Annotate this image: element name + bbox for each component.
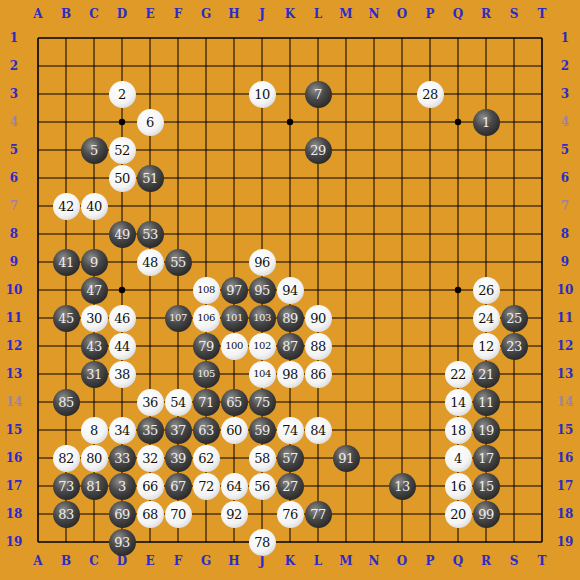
stone-G12: 79 — [193, 333, 220, 360]
col-label-top-C: C — [80, 6, 108, 22]
move-number: 4 — [454, 452, 462, 465]
move-number: 58 — [254, 452, 270, 465]
move-number: 108 — [197, 285, 215, 295]
move-number: 39 — [170, 452, 186, 465]
stone-B9: 41 — [53, 249, 80, 276]
move-number: 27 — [282, 480, 298, 493]
move-number: 56 — [254, 480, 270, 493]
stone-C15: 8 — [81, 417, 108, 444]
star-point-Q10 — [455, 287, 461, 293]
star-point-Q4 — [455, 119, 461, 125]
col-label-top-O: O — [388, 6, 416, 22]
col-label-bottom-B: B — [52, 553, 80, 569]
stone-G17: 72 — [193, 473, 220, 500]
col-label-top-S: S — [500, 6, 528, 22]
move-number: 20 — [450, 508, 466, 521]
move-number: 9 — [90, 256, 98, 269]
row-label-right-9: 9 — [551, 254, 579, 270]
move-number: 21 — [478, 368, 494, 381]
row-label-left-6: 6 — [0, 170, 28, 186]
move-number: 16 — [450, 480, 466, 493]
row-label-right-19: 19 — [551, 534, 579, 550]
row-label-right-3: 3 — [551, 86, 579, 102]
move-number: 24 — [478, 312, 494, 325]
move-number: 8 — [90, 424, 98, 437]
stone-D8: 49 — [109, 221, 136, 248]
stone-J16: 58 — [249, 445, 276, 472]
move-number: 15 — [478, 480, 494, 493]
stone-H14: 65 — [221, 389, 248, 416]
move-number: 55 — [170, 256, 186, 269]
move-number: 68 — [142, 508, 158, 521]
move-number: 53 — [142, 228, 158, 241]
move-number: 67 — [170, 480, 186, 493]
stone-F9: 55 — [165, 249, 192, 276]
move-number: 51 — [142, 172, 158, 185]
stone-L5: 29 — [305, 137, 332, 164]
star-point-D4 — [119, 119, 125, 125]
stone-G13: 105 — [193, 361, 220, 388]
move-number: 88 — [310, 340, 326, 353]
row-label-left-8: 8 — [0, 226, 28, 242]
col-label-bottom-E: E — [136, 553, 164, 569]
stone-C13: 31 — [81, 361, 108, 388]
move-number: 52 — [114, 144, 130, 157]
row-label-left-7: 7 — [0, 198, 28, 214]
stone-B7: 42 — [53, 193, 80, 220]
move-number: 69 — [114, 508, 130, 521]
row-label-right-6: 6 — [551, 170, 579, 186]
stone-C16: 80 — [81, 445, 108, 472]
stone-K13: 98 — [277, 361, 304, 388]
move-number: 26 — [478, 284, 494, 297]
move-number: 94 — [282, 284, 298, 297]
stone-D18: 69 — [109, 501, 136, 528]
col-label-bottom-F: F — [164, 553, 192, 569]
stone-D16: 33 — [109, 445, 136, 472]
stone-B17: 73 — [53, 473, 80, 500]
stone-D12: 44 — [109, 333, 136, 360]
row-label-right-4: 4 — [551, 114, 579, 130]
go-board: AABBCCDDEEFFGGHHJJKKLLMMNNOOPPQQRRSSTT11… — [0, 0, 580, 580]
row-label-right-5: 5 — [551, 142, 579, 158]
row-label-left-12: 12 — [0, 338, 28, 354]
move-number: 96 — [254, 256, 270, 269]
row-label-left-5: 5 — [0, 142, 28, 158]
stone-J13: 104 — [249, 361, 276, 388]
stone-D19: 93 — [109, 529, 136, 556]
stone-E9: 48 — [137, 249, 164, 276]
stone-J11: 103 — [249, 305, 276, 332]
move-number: 45 — [58, 312, 74, 325]
stone-Q18: 20 — [445, 501, 472, 528]
move-number: 73 — [58, 480, 74, 493]
col-label-top-T: T — [528, 6, 556, 22]
row-label-left-15: 15 — [0, 422, 28, 438]
row-label-left-10: 10 — [0, 282, 28, 298]
move-number: 46 — [114, 312, 130, 325]
move-number: 90 — [310, 312, 326, 325]
col-label-bottom-A: A — [24, 553, 52, 569]
move-number: 6 — [146, 116, 154, 129]
col-label-top-K: K — [276, 6, 304, 22]
col-label-top-B: B — [52, 6, 80, 22]
stone-L18: 77 — [305, 501, 332, 528]
col-label-bottom-Q: Q — [444, 553, 472, 569]
col-label-bottom-M: M — [332, 553, 360, 569]
move-number: 79 — [198, 340, 214, 353]
row-label-right-13: 13 — [551, 366, 579, 382]
col-label-top-J: J — [248, 6, 276, 22]
col-label-top-Q: Q — [444, 6, 472, 22]
move-number: 29 — [310, 144, 326, 157]
stone-J9: 96 — [249, 249, 276, 276]
row-label-right-18: 18 — [551, 506, 579, 522]
move-number: 81 — [86, 480, 102, 493]
row-label-right-16: 16 — [551, 450, 579, 466]
move-number: 104 — [253, 369, 271, 379]
move-number: 103 — [253, 313, 271, 323]
move-number: 1 — [482, 116, 490, 129]
row-label-right-15: 15 — [551, 422, 579, 438]
col-label-bottom-G: G — [192, 553, 220, 569]
col-label-top-E: E — [136, 6, 164, 22]
col-label-bottom-L: L — [304, 553, 332, 569]
col-label-top-D: D — [108, 6, 136, 22]
row-label-right-8: 8 — [551, 226, 579, 242]
stone-R14: 11 — [473, 389, 500, 416]
stone-Q16: 4 — [445, 445, 472, 472]
col-label-top-H: H — [220, 6, 248, 22]
move-number: 75 — [254, 396, 270, 409]
stone-K10: 94 — [277, 277, 304, 304]
row-label-left-14: 14 — [0, 394, 28, 410]
stone-E18: 68 — [137, 501, 164, 528]
stone-E16: 32 — [137, 445, 164, 472]
move-number: 23 — [506, 340, 522, 353]
move-number: 97 — [226, 284, 242, 297]
move-number: 65 — [226, 396, 242, 409]
stone-C9: 9 — [81, 249, 108, 276]
move-number: 85 — [58, 396, 74, 409]
stone-J15: 59 — [249, 417, 276, 444]
stone-Q14: 14 — [445, 389, 472, 416]
stone-D11: 46 — [109, 305, 136, 332]
stone-C5: 5 — [81, 137, 108, 164]
stone-F15: 37 — [165, 417, 192, 444]
move-number: 44 — [114, 340, 130, 353]
stone-G14: 71 — [193, 389, 220, 416]
stone-M16: 91 — [333, 445, 360, 472]
move-number: 64 — [226, 480, 242, 493]
move-number: 98 — [282, 368, 298, 381]
move-number: 105 — [197, 369, 215, 379]
stone-G16: 62 — [193, 445, 220, 472]
stone-K17: 27 — [277, 473, 304, 500]
stone-E17: 66 — [137, 473, 164, 500]
star-point-K4 — [287, 119, 293, 125]
move-number: 18 — [450, 424, 466, 437]
stone-G15: 63 — [193, 417, 220, 444]
stone-S12: 23 — [501, 333, 528, 360]
move-number: 31 — [86, 368, 102, 381]
move-number: 91 — [338, 452, 354, 465]
move-number: 62 — [198, 452, 214, 465]
row-label-right-2: 2 — [551, 58, 579, 74]
move-number: 41 — [58, 256, 74, 269]
stone-L13: 86 — [305, 361, 332, 388]
stone-K15: 74 — [277, 417, 304, 444]
move-number: 50 — [114, 172, 130, 185]
stone-R17: 15 — [473, 473, 500, 500]
stone-K12: 87 — [277, 333, 304, 360]
stone-H10: 97 — [221, 277, 248, 304]
stone-L3: 7 — [305, 81, 332, 108]
move-number: 70 — [170, 508, 186, 521]
col-label-top-F: F — [164, 6, 192, 22]
stone-R12: 12 — [473, 333, 500, 360]
stone-S11: 25 — [501, 305, 528, 332]
stone-D3: 2 — [109, 81, 136, 108]
stone-R18: 99 — [473, 501, 500, 528]
stone-D17: 3 — [109, 473, 136, 500]
move-number: 89 — [282, 312, 298, 325]
stone-E8: 53 — [137, 221, 164, 248]
col-label-bottom-P: P — [416, 553, 444, 569]
row-label-right-7: 7 — [551, 198, 579, 214]
stone-Q13: 22 — [445, 361, 472, 388]
move-number: 66 — [142, 480, 158, 493]
col-label-bottom-S: S — [500, 553, 528, 569]
col-label-bottom-R: R — [472, 553, 500, 569]
move-number: 13 — [394, 480, 410, 493]
stone-H12: 100 — [221, 333, 248, 360]
stone-C10: 47 — [81, 277, 108, 304]
stone-R15: 19 — [473, 417, 500, 444]
row-label-right-12: 12 — [551, 338, 579, 354]
move-number: 34 — [114, 424, 130, 437]
row-label-right-17: 17 — [551, 478, 579, 494]
row-label-left-3: 3 — [0, 86, 28, 102]
move-number: 82 — [58, 452, 74, 465]
stone-K18: 76 — [277, 501, 304, 528]
stone-J3: 10 — [249, 81, 276, 108]
move-number: 101 — [225, 313, 243, 323]
stone-D5: 52 — [109, 137, 136, 164]
stone-H17: 64 — [221, 473, 248, 500]
move-number: 78 — [254, 536, 270, 549]
move-number: 60 — [226, 424, 242, 437]
stone-R4: 1 — [473, 109, 500, 136]
move-number: 28 — [422, 88, 438, 101]
row-label-left-11: 11 — [0, 310, 28, 326]
move-number: 54 — [170, 396, 186, 409]
move-number: 43 — [86, 340, 102, 353]
col-label-top-G: G — [192, 6, 220, 22]
stone-B11: 45 — [53, 305, 80, 332]
move-number: 25 — [506, 312, 522, 325]
stone-G10: 108 — [193, 277, 220, 304]
row-label-left-9: 9 — [0, 254, 28, 270]
col-label-top-N: N — [360, 6, 388, 22]
col-label-top-M: M — [332, 6, 360, 22]
stone-H15: 60 — [221, 417, 248, 444]
stone-E14: 36 — [137, 389, 164, 416]
move-number: 3 — [118, 480, 126, 493]
stone-F17: 67 — [165, 473, 192, 500]
move-number: 17 — [478, 452, 494, 465]
move-number: 86 — [310, 368, 326, 381]
move-number: 59 — [254, 424, 270, 437]
move-number: 42 — [58, 200, 74, 213]
row-label-left-16: 16 — [0, 450, 28, 466]
move-number: 2 — [118, 88, 126, 101]
move-number: 72 — [198, 480, 214, 493]
stone-Q15: 18 — [445, 417, 472, 444]
col-label-bottom-O: O — [388, 553, 416, 569]
stone-H11: 101 — [221, 305, 248, 332]
stone-R10: 26 — [473, 277, 500, 304]
stone-F16: 39 — [165, 445, 192, 472]
move-number: 36 — [142, 396, 158, 409]
col-label-bottom-T: T — [528, 553, 556, 569]
stone-D15: 34 — [109, 417, 136, 444]
move-number: 48 — [142, 256, 158, 269]
stone-J12: 102 — [249, 333, 276, 360]
stone-K16: 57 — [277, 445, 304, 472]
col-label-bottom-K: K — [276, 553, 304, 569]
move-number: 5 — [90, 144, 98, 157]
move-number: 99 — [478, 508, 494, 521]
move-number: 63 — [198, 424, 214, 437]
stone-L12: 88 — [305, 333, 332, 360]
row-label-left-19: 19 — [0, 534, 28, 550]
move-number: 37 — [170, 424, 186, 437]
stone-P3: 28 — [417, 81, 444, 108]
stone-Q17: 16 — [445, 473, 472, 500]
stone-E15: 35 — [137, 417, 164, 444]
move-number: 19 — [478, 424, 494, 437]
move-number: 10 — [254, 88, 270, 101]
stone-F18: 70 — [165, 501, 192, 528]
move-number: 106 — [197, 313, 215, 323]
stone-O17: 13 — [389, 473, 416, 500]
move-number: 100 — [225, 341, 243, 351]
stone-D13: 38 — [109, 361, 136, 388]
stone-H18: 92 — [221, 501, 248, 528]
move-number: 32 — [142, 452, 158, 465]
stone-L11: 90 — [305, 305, 332, 332]
row-label-left-17: 17 — [0, 478, 28, 494]
row-label-left-18: 18 — [0, 506, 28, 522]
stone-R13: 21 — [473, 361, 500, 388]
move-number: 102 — [253, 341, 271, 351]
col-label-bottom-H: H — [220, 553, 248, 569]
move-number: 71 — [198, 396, 214, 409]
stone-C11: 30 — [81, 305, 108, 332]
move-number: 80 — [86, 452, 102, 465]
stone-K11: 89 — [277, 305, 304, 332]
stone-B14: 85 — [53, 389, 80, 416]
stone-C12: 43 — [81, 333, 108, 360]
move-number: 33 — [114, 452, 130, 465]
move-number: 11 — [478, 396, 494, 409]
stone-D6: 50 — [109, 165, 136, 192]
move-number: 76 — [282, 508, 298, 521]
move-number: 92 — [226, 508, 242, 521]
move-number: 14 — [450, 396, 466, 409]
move-number: 107 — [169, 313, 187, 323]
col-label-top-A: A — [24, 6, 52, 22]
move-number: 95 — [254, 284, 270, 297]
stone-J19: 78 — [249, 529, 276, 556]
stone-F11: 107 — [165, 305, 192, 332]
stone-E4: 6 — [137, 109, 164, 136]
row-label-right-10: 10 — [551, 282, 579, 298]
move-number: 12 — [478, 340, 494, 353]
col-label-top-R: R — [472, 6, 500, 22]
stone-R16: 17 — [473, 445, 500, 472]
move-number: 83 — [58, 508, 74, 521]
stone-R11: 24 — [473, 305, 500, 332]
move-number: 7 — [314, 88, 322, 101]
move-number: 38 — [114, 368, 130, 381]
move-number: 35 — [142, 424, 158, 437]
move-number: 22 — [450, 368, 466, 381]
move-number: 84 — [310, 424, 326, 437]
move-number: 74 — [282, 424, 298, 437]
stone-J10: 95 — [249, 277, 276, 304]
stone-J14: 75 — [249, 389, 276, 416]
col-label-bottom-C: C — [80, 553, 108, 569]
move-number: 40 — [86, 200, 102, 213]
row-label-right-1: 1 — [551, 30, 579, 46]
stone-G11: 106 — [193, 305, 220, 332]
row-label-right-14: 14 — [551, 394, 579, 410]
move-number: 30 — [86, 312, 102, 325]
stone-B16: 82 — [53, 445, 80, 472]
move-number: 77 — [310, 508, 326, 521]
row-label-left-4: 4 — [0, 114, 28, 130]
col-label-top-L: L — [304, 6, 332, 22]
move-number: 57 — [282, 452, 298, 465]
stone-F14: 54 — [165, 389, 192, 416]
move-number: 47 — [86, 284, 102, 297]
stone-E6: 51 — [137, 165, 164, 192]
row-label-right-11: 11 — [551, 310, 579, 326]
move-number: 87 — [282, 340, 298, 353]
star-point-D10 — [119, 287, 125, 293]
stone-J17: 56 — [249, 473, 276, 500]
row-label-left-2: 2 — [0, 58, 28, 74]
stone-C7: 40 — [81, 193, 108, 220]
move-number: 49 — [114, 228, 130, 241]
stone-B18: 83 — [53, 501, 80, 528]
stone-L15: 84 — [305, 417, 332, 444]
col-label-bottom-N: N — [360, 553, 388, 569]
stone-C17: 81 — [81, 473, 108, 500]
col-label-top-P: P — [416, 6, 444, 22]
row-label-left-1: 1 — [0, 30, 28, 46]
row-label-left-13: 13 — [0, 366, 28, 382]
move-number: 93 — [114, 536, 130, 549]
